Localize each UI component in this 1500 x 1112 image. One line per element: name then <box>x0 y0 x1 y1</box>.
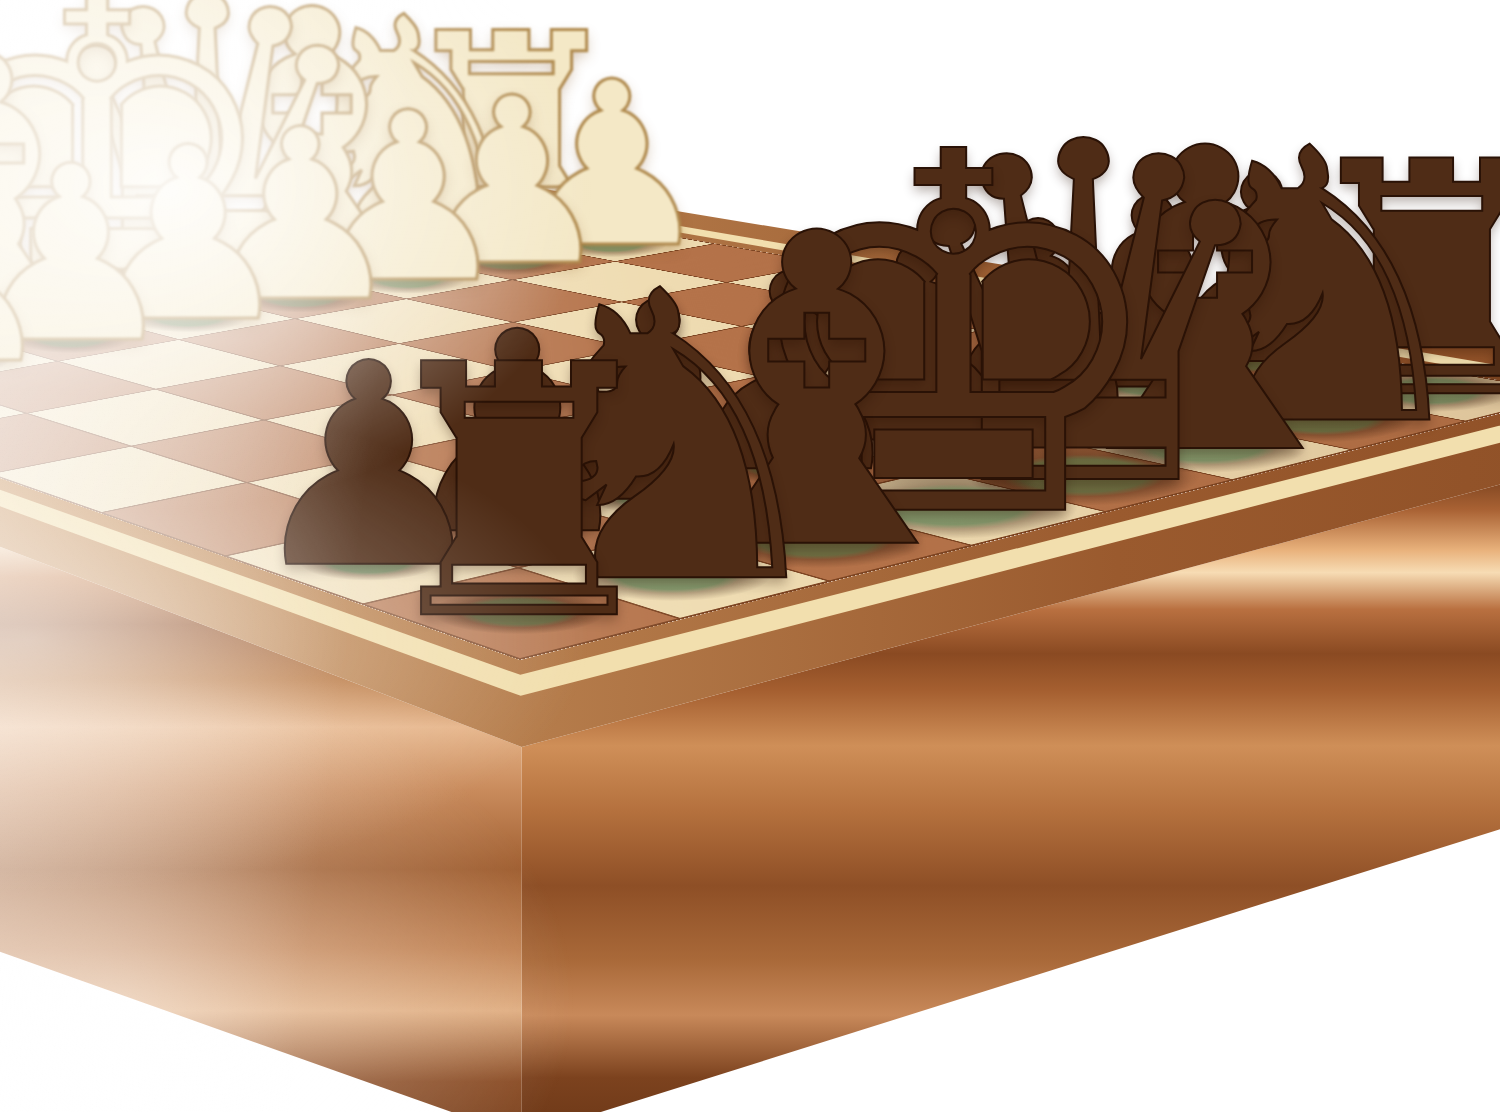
black-rook-h8: ♜ <box>363 320 675 668</box>
white-pawn-g2: ♟ <box>0 153 59 398</box>
chess-set-scene: ♜♞♝♛♚♝♞♜♟♟♟♟♟♟♟♟♟♟♟♟♟♟♟♟♜♞♝♛♚♝♞♜ <box>0 0 1500 1112</box>
product-photo-page: { "game": "chess", "scene": { "type": "p… <box>0 0 1500 1112</box>
